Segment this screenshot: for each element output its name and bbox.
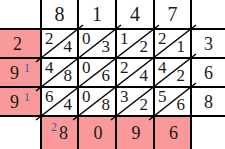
- lattice-cell-r1c4: 2 1: [155, 30, 192, 59]
- lattice-cell-r2c1: 4 8: [42, 59, 79, 88]
- result-digit: 6: [169, 124, 178, 142]
- units-digit: 2: [140, 38, 149, 57]
- units-digit: 4: [140, 67, 149, 86]
- result-digit: 8: [59, 124, 68, 142]
- tens-digit: 0: [82, 88, 91, 107]
- result-digit: 9: [10, 64, 19, 82]
- corner-top-right-cell: [192, 0, 225, 30]
- multiplier-digit: 8: [204, 93, 213, 111]
- corner-top-left-cell: [0, 0, 42, 30]
- tens-digit: 2: [120, 59, 129, 78]
- lattice-cell-r3c2: 0 8: [79, 88, 117, 117]
- top-digit-label: 4: [130, 4, 140, 24]
- top-digit-label: 7: [168, 4, 178, 24]
- bottom-result-cell-2: 0: [79, 117, 117, 149]
- carry-digit: 2: [51, 121, 57, 133]
- tens-digit: 4: [158, 59, 167, 78]
- corner-bottom-right-cell: [192, 117, 225, 149]
- units-digit: 8: [64, 67, 73, 86]
- lattice-multiplication-board: 8 1 4 7 2 2 4 0 3 1 2 2 1 3 91 4 8 0 6 2…: [0, 0, 225, 149]
- left-result-cell-row2: 91: [0, 59, 42, 88]
- lattice-cell-r2c2: 0 6: [79, 59, 117, 88]
- units-digit: 8: [102, 96, 111, 115]
- tens-digit: 1: [120, 30, 129, 49]
- top-digit-1: 1: [79, 0, 117, 30]
- tens-digit: 5: [158, 88, 167, 107]
- units-digit: 4: [64, 96, 73, 115]
- lattice-cell-r1c2: 0 3: [79, 30, 117, 59]
- units-digit: 2: [140, 96, 149, 115]
- units-digit: 1: [177, 38, 186, 57]
- units-digit: 3: [102, 38, 111, 57]
- result-digit: 0: [94, 124, 103, 142]
- result-digit: 9: [10, 93, 19, 111]
- left-result-cell-row3: 91: [0, 88, 42, 117]
- top-digit-4: 4: [117, 0, 155, 30]
- result-digit: 2: [13, 35, 22, 53]
- tens-digit: 3: [120, 88, 129, 107]
- units-digit: 6: [102, 67, 111, 86]
- tens-digit: 0: [82, 30, 91, 49]
- bottom-result-cell-1: 28: [42, 117, 79, 149]
- units-digit: 4: [64, 38, 73, 57]
- corner-bottom-left-cell: [0, 117, 42, 149]
- lattice-cell-r2c4: 4 2: [155, 59, 192, 88]
- tens-digit: 2: [158, 30, 167, 49]
- units-digit: 6: [177, 96, 186, 115]
- lattice-cell-r3c4: 5 6: [155, 88, 192, 117]
- lattice-cell-r2c3: 2 4: [117, 59, 155, 88]
- right-multiplier-cell-row2: 6: [192, 59, 225, 88]
- top-digit-label: 1: [92, 4, 102, 24]
- tens-digit: 2: [45, 30, 54, 49]
- top-digit-8: 8: [42, 0, 79, 30]
- tens-digit: 0: [82, 59, 91, 78]
- carry-digit: 1: [24, 62, 30, 74]
- lattice-cell-r3c1: 6 4: [42, 88, 79, 117]
- lattice-cell-r1c3: 1 2: [117, 30, 155, 59]
- lattice-cell-r1c1: 2 4: [42, 30, 79, 59]
- carry-digit: 1: [24, 91, 30, 103]
- lattice-cell-r3c3: 3 2: [117, 88, 155, 117]
- top-digit-7: 7: [155, 0, 192, 30]
- units-digit: 2: [177, 67, 186, 86]
- right-multiplier-cell-row3: 8: [192, 88, 225, 117]
- tens-digit: 4: [45, 59, 54, 78]
- multiplier-digit: 3: [204, 35, 213, 53]
- bottom-result-cell-3: 9: [117, 117, 155, 149]
- tens-digit: 6: [45, 88, 54, 107]
- bottom-result-cell-4: 6: [155, 117, 192, 149]
- top-digit-label: 8: [55, 4, 65, 24]
- multiplier-digit: 6: [204, 64, 213, 82]
- right-multiplier-cell-row1: 3: [192, 30, 225, 59]
- result-digit: 9: [132, 124, 141, 142]
- left-result-cell-row1: 2: [0, 30, 42, 59]
